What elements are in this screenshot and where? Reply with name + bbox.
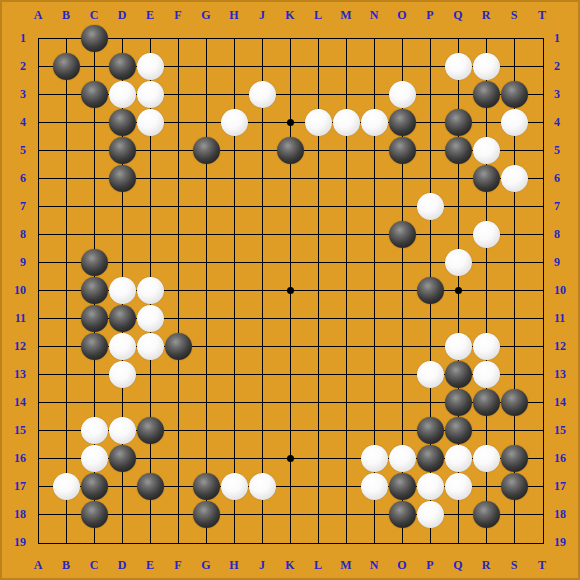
stone-black-P16 <box>417 445 444 472</box>
coord-label-bottom-C: C <box>84 558 104 572</box>
stone-white-R8 <box>473 221 500 248</box>
stone-black-B2 <box>53 53 80 80</box>
coord-label-left-17: 17 <box>0 479 26 493</box>
stone-white-L4 <box>305 109 332 136</box>
coord-label-left-6: 6 <box>0 171 26 185</box>
stone-black-C3 <box>81 81 108 108</box>
coord-label-top-P: P <box>420 8 440 22</box>
coord-label-left-18: 18 <box>0 507 26 521</box>
stone-white-E11 <box>137 305 164 332</box>
stone-white-P7 <box>417 193 444 220</box>
coord-label-left-5: 5 <box>0 143 26 157</box>
star-point-Q10 <box>455 287 462 294</box>
stone-black-G5 <box>193 137 220 164</box>
coord-label-bottom-R: R <box>476 558 496 572</box>
stone-black-Q15 <box>445 417 472 444</box>
coord-label-top-H: H <box>224 8 244 22</box>
coord-label-bottom-O: O <box>392 558 412 572</box>
stone-black-O18 <box>389 501 416 528</box>
stone-black-R6 <box>473 165 500 192</box>
stone-white-Q9 <box>445 249 472 276</box>
star-point-K10 <box>287 287 294 294</box>
stone-black-S3 <box>501 81 528 108</box>
coord-label-top-C: C <box>84 8 104 22</box>
stone-white-B17 <box>53 473 80 500</box>
coord-label-bottom-F: F <box>168 558 188 572</box>
coord-label-left-13: 13 <box>0 367 26 381</box>
stone-black-D6 <box>109 165 136 192</box>
coord-label-left-8: 8 <box>0 227 26 241</box>
coord-label-right-5: 5 <box>554 143 580 157</box>
stone-white-C16 <box>81 445 108 472</box>
coord-label-bottom-B: B <box>56 558 76 572</box>
stone-black-D11 <box>109 305 136 332</box>
coord-label-left-7: 7 <box>0 199 26 213</box>
stone-white-N4 <box>361 109 388 136</box>
stone-black-Q13 <box>445 361 472 388</box>
coord-label-top-G: G <box>196 8 216 22</box>
coord-label-right-14: 14 <box>554 395 580 409</box>
coord-label-top-S: S <box>504 8 524 22</box>
stone-black-O8 <box>389 221 416 248</box>
coord-label-right-18: 18 <box>554 507 580 521</box>
coord-label-right-16: 16 <box>554 451 580 465</box>
coord-label-top-A: A <box>28 8 48 22</box>
stone-white-Q12 <box>445 333 472 360</box>
coord-label-top-M: M <box>336 8 356 22</box>
coord-label-bottom-T: T <box>532 558 552 572</box>
stone-white-R13 <box>473 361 500 388</box>
coord-label-left-19: 19 <box>0 535 26 549</box>
coord-label-bottom-J: J <box>252 558 272 572</box>
stone-black-D4 <box>109 109 136 136</box>
stone-white-H17 <box>221 473 248 500</box>
stone-black-S17 <box>501 473 528 500</box>
coord-label-bottom-S: S <box>504 558 524 572</box>
stone-white-D12 <box>109 333 136 360</box>
stone-black-Q4 <box>445 109 472 136</box>
stone-white-R16 <box>473 445 500 472</box>
coord-label-top-T: T <box>532 8 552 22</box>
stone-black-D16 <box>109 445 136 472</box>
go-board-screen: AABBCCDDEEFFGGHHJJKKLLMMNNOOPPQQRRSSTT11… <box>0 0 580 580</box>
stone-white-O16 <box>389 445 416 472</box>
coord-label-left-14: 14 <box>0 395 26 409</box>
stone-white-P18 <box>417 501 444 528</box>
stone-white-E3 <box>137 81 164 108</box>
stone-black-R3 <box>473 81 500 108</box>
stone-black-E17 <box>137 473 164 500</box>
coord-label-bottom-D: D <box>112 558 132 572</box>
coord-label-left-3: 3 <box>0 87 26 101</box>
coord-label-top-R: R <box>476 8 496 22</box>
coord-label-right-13: 13 <box>554 367 580 381</box>
stone-white-Q16 <box>445 445 472 472</box>
coord-label-right-4: 4 <box>554 115 580 129</box>
stone-white-E12 <box>137 333 164 360</box>
stone-black-C12 <box>81 333 108 360</box>
stone-black-C1 <box>81 25 108 52</box>
coord-label-right-2: 2 <box>554 59 580 73</box>
stone-black-D2 <box>109 53 136 80</box>
stone-white-S4 <box>501 109 528 136</box>
coord-label-left-12: 12 <box>0 339 26 353</box>
stone-black-S16 <box>501 445 528 472</box>
stone-white-Q17 <box>445 473 472 500</box>
coord-label-bottom-M: M <box>336 558 356 572</box>
coord-label-top-J: J <box>252 8 272 22</box>
coord-label-right-12: 12 <box>554 339 580 353</box>
stone-white-J17 <box>249 473 276 500</box>
stone-white-R2 <box>473 53 500 80</box>
coord-label-right-10: 10 <box>554 283 580 297</box>
stone-black-C9 <box>81 249 108 276</box>
coord-label-top-D: D <box>112 8 132 22</box>
stone-white-N17 <box>361 473 388 500</box>
stone-white-J3 <box>249 81 276 108</box>
stone-white-O3 <box>389 81 416 108</box>
goban[interactable]: AABBCCDDEEFFGGHHJJKKLLMMNNOOPPQQRRSSTT11… <box>0 0 580 580</box>
coord-label-left-16: 16 <box>0 451 26 465</box>
coord-label-top-E: E <box>140 8 160 22</box>
stone-white-M4 <box>333 109 360 136</box>
stone-black-C17 <box>81 473 108 500</box>
coord-label-top-K: K <box>280 8 300 22</box>
coord-label-bottom-H: H <box>224 558 244 572</box>
coord-label-bottom-K: K <box>280 558 300 572</box>
coord-label-right-19: 19 <box>554 535 580 549</box>
coord-label-left-4: 4 <box>0 115 26 129</box>
stone-black-R18 <box>473 501 500 528</box>
stone-black-G18 <box>193 501 220 528</box>
stone-black-C11 <box>81 305 108 332</box>
stone-black-E15 <box>137 417 164 444</box>
stone-white-E4 <box>137 109 164 136</box>
stone-black-R14 <box>473 389 500 416</box>
star-point-K4 <box>287 119 294 126</box>
stone-black-Q5 <box>445 137 472 164</box>
coord-label-right-17: 17 <box>554 479 580 493</box>
stone-white-R12 <box>473 333 500 360</box>
coord-label-right-6: 6 <box>554 171 580 185</box>
stone-white-D13 <box>109 361 136 388</box>
stone-white-E2 <box>137 53 164 80</box>
coord-label-left-11: 11 <box>0 311 26 325</box>
coord-label-left-9: 9 <box>0 255 26 269</box>
coord-label-left-1: 1 <box>0 31 26 45</box>
stone-black-P15 <box>417 417 444 444</box>
coord-label-bottom-A: A <box>28 558 48 572</box>
stone-white-C15 <box>81 417 108 444</box>
coord-label-bottom-P: P <box>420 558 440 572</box>
coord-label-bottom-E: E <box>140 558 160 572</box>
stone-black-C10 <box>81 277 108 304</box>
coord-label-left-10: 10 <box>0 283 26 297</box>
stone-white-P13 <box>417 361 444 388</box>
coord-label-right-8: 8 <box>554 227 580 241</box>
coord-label-bottom-N: N <box>364 558 384 572</box>
coord-label-top-N: N <box>364 8 384 22</box>
stone-white-R5 <box>473 137 500 164</box>
coord-label-right-7: 7 <box>554 199 580 213</box>
stone-black-G17 <box>193 473 220 500</box>
coord-label-bottom-L: L <box>308 558 328 572</box>
stone-white-H4 <box>221 109 248 136</box>
grid-line-horizontal <box>38 514 543 515</box>
coord-label-bottom-G: G <box>196 558 216 572</box>
stone-black-Q14 <box>445 389 472 416</box>
stone-white-Q2 <box>445 53 472 80</box>
stone-black-O4 <box>389 109 416 136</box>
coord-label-right-15: 15 <box>554 423 580 437</box>
stone-black-K5 <box>277 137 304 164</box>
star-point-K16 <box>287 455 294 462</box>
stone-white-N16 <box>361 445 388 472</box>
stone-black-S14 <box>501 389 528 416</box>
coord-label-right-1: 1 <box>554 31 580 45</box>
stone-black-F12 <box>165 333 192 360</box>
coord-label-left-2: 2 <box>0 59 26 73</box>
stone-white-S6 <box>501 165 528 192</box>
coord-label-right-9: 9 <box>554 255 580 269</box>
coord-label-left-15: 15 <box>0 423 26 437</box>
stone-white-D15 <box>109 417 136 444</box>
coord-label-top-B: B <box>56 8 76 22</box>
coord-label-top-F: F <box>168 8 188 22</box>
coord-label-top-Q: Q <box>448 8 468 22</box>
coord-label-top-O: O <box>392 8 412 22</box>
coord-label-right-3: 3 <box>554 87 580 101</box>
stone-black-P10 <box>417 277 444 304</box>
coord-label-bottom-Q: Q <box>448 558 468 572</box>
stone-white-P17 <box>417 473 444 500</box>
stone-black-D5 <box>109 137 136 164</box>
stone-black-C18 <box>81 501 108 528</box>
coord-label-top-L: L <box>308 8 328 22</box>
stone-black-O5 <box>389 137 416 164</box>
stone-white-E10 <box>137 277 164 304</box>
stone-black-O17 <box>389 473 416 500</box>
stone-white-D3 <box>109 81 136 108</box>
stone-white-D10 <box>109 277 136 304</box>
coord-label-right-11: 11 <box>554 311 580 325</box>
